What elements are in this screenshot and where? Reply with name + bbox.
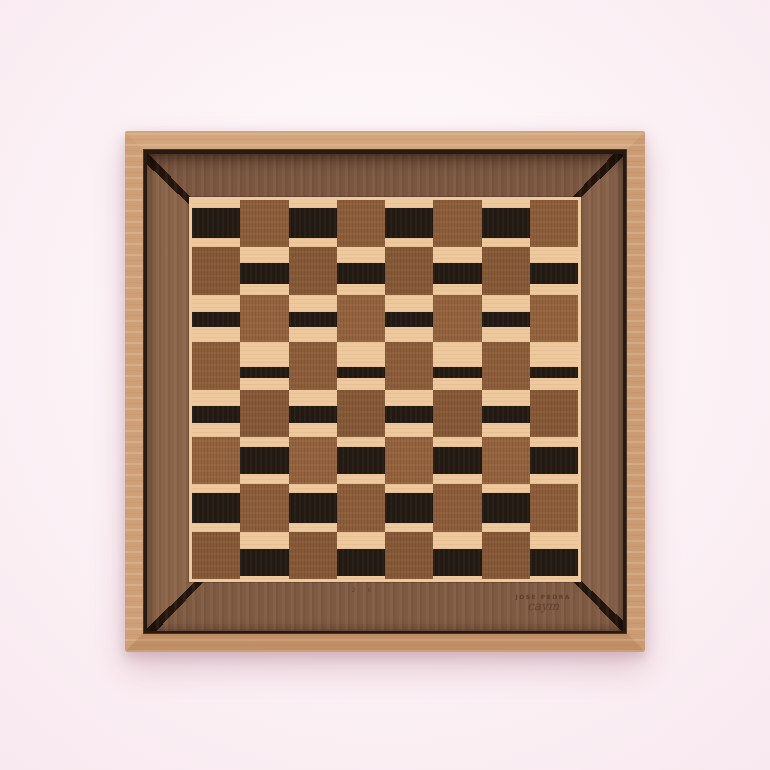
board-cell-plain [337,390,385,437]
maple-bottom-stripe [192,238,240,247]
edition-mark: 2 6 [352,586,377,593]
maple-top-stripe [385,484,433,493]
board-cell-banded [240,247,288,294]
maple-bottom-stripe [240,474,288,484]
maple-top-stripe [289,295,337,312]
board-cell-banded [482,295,530,342]
board-cell-plain [192,532,240,579]
board-cell-banded [433,247,481,294]
maple-bottom-stripe [289,327,337,342]
board-cell-plain [240,295,288,342]
maple-bottom-stripe [433,474,481,484]
ebony-band [289,406,337,424]
maple-bottom-stripe [337,284,385,295]
maple-top-stripe [240,342,288,367]
board-cell-banded [240,342,288,389]
board-cell-banded [192,200,240,247]
ebony-band [240,447,288,474]
maple-bottom-stripe [192,327,240,342]
board-cell-banded [240,437,288,484]
board-cell-plain [433,295,481,342]
board-cell-plain [385,342,433,389]
board-cell-plain [385,532,433,579]
maple-top-stripe [337,437,385,447]
maple-top-stripe [385,390,433,406]
board-cell-banded [385,200,433,247]
ebony-band [530,549,578,576]
maple-top-stripe [192,200,240,208]
board-cell-plain [192,437,240,484]
board-cell-banded [385,484,433,531]
board-cell-plain [385,437,433,484]
maple-top-stripe [240,437,288,447]
board-cell-plain [482,532,530,579]
board-cell-banded [337,342,385,389]
ebony-band [289,312,337,327]
maple-bottom-stripe [482,423,530,437]
board-cell-banded [337,247,385,294]
ebony-band [192,312,240,327]
board-cell-plain [482,437,530,484]
board-cell-banded [192,484,240,531]
maple-bottom-stripe [433,576,481,579]
maple-top-stripe [337,532,385,549]
board-cell-plain [433,390,481,437]
board-cell-plain [385,247,433,294]
board-cell-banded [192,390,240,437]
ebony-band [482,312,530,327]
board-cell-banded [530,247,578,294]
board-cell-banded [482,484,530,531]
maple-top-stripe [192,484,240,493]
maple-bottom-stripe [289,238,337,247]
maple-bottom-stripe [337,576,385,579]
ebony-band [385,208,433,238]
maple-top-stripe [192,295,240,312]
maple-bottom-stripe [482,238,530,247]
maple-top-stripe [482,295,530,312]
board-cell-plain [289,342,337,389]
board-cell-plain [240,484,288,531]
maple-top-stripe [337,247,385,262]
board-cell-banded [289,484,337,531]
maple-bottom-stripe [385,238,433,247]
board-border [189,197,581,582]
maple-top-stripe [289,390,337,406]
ebony-band [433,367,481,377]
board-cell-plain [337,200,385,247]
maple-bottom-stripe [337,474,385,484]
maple-top-stripe [337,342,385,367]
board-cell-plain [530,390,578,437]
maple-top-stripe [433,247,481,262]
maple-top-stripe [433,342,481,367]
ebony-band [433,549,481,576]
signature-script: caym [515,599,571,613]
maple-bottom-stripe [433,284,481,295]
wall-background: 2 6 JOSE PEDRA caym [0,0,770,770]
board-cell-banded [240,532,288,579]
maple-top-stripe [530,437,578,447]
maple-bottom-stripe [530,474,578,484]
maple-bottom-stripe [337,378,385,390]
maple-bottom-stripe [530,576,578,579]
maple-top-stripe [192,390,240,406]
maple-top-stripe [289,484,337,493]
maple-top-stripe [385,295,433,312]
board-cell-banded [530,532,578,579]
maple-bottom-stripe [482,327,530,342]
maple-top-stripe [240,247,288,262]
ebony-band [240,549,288,576]
ebony-band [192,406,240,424]
ebony-band [530,263,578,284]
board-cell-plain [337,484,385,531]
ebony-band [337,367,385,377]
maple-top-stripe [385,200,433,208]
maple-bottom-stripe [482,523,530,532]
ebony-band [482,208,530,238]
ebony-band [289,493,337,523]
board-cell-banded [385,390,433,437]
maple-bottom-stripe [240,284,288,295]
board-cell-banded [337,437,385,484]
ebony-band [433,263,481,284]
ebony-band [385,493,433,523]
board-cell-plain [289,247,337,294]
maple-top-stripe [530,247,578,262]
board-cell-plain [337,295,385,342]
board-cell-plain [482,247,530,294]
framed-artwork: 2 6 JOSE PEDRA caym [125,131,645,652]
maple-top-stripe [482,390,530,406]
board-cell-plain [433,200,481,247]
board-cell-plain [240,390,288,437]
maple-bottom-stripe [530,284,578,295]
maple-bottom-stripe [289,523,337,532]
maple-top-stripe [433,532,481,549]
maple-bottom-stripe [192,523,240,532]
board-cell-banded [530,342,578,389]
board-cell-banded [482,200,530,247]
ebony-band [530,447,578,474]
maple-bottom-stripe [240,378,288,390]
maple-bottom-stripe [385,423,433,437]
board-cell-plain [530,484,578,531]
board-cell-plain [192,342,240,389]
board-cell-banded [289,390,337,437]
board-cell-banded [289,200,337,247]
maple-top-stripe [482,200,530,208]
ebony-band [240,263,288,284]
board-cell-banded [385,295,433,342]
maple-bottom-stripe [289,423,337,437]
maple-top-stripe [433,437,481,447]
maple-top-stripe [240,532,288,549]
frame-shadow-gap: 2 6 JOSE PEDRA caym [143,149,627,634]
oak-frame: 2 6 JOSE PEDRA caym [125,131,645,652]
maple-top-stripe [530,342,578,367]
ebony-band [192,208,240,238]
board-cell-plain [482,342,530,389]
board-cell-plain [433,484,481,531]
board-cell-banded [337,532,385,579]
ebony-band [433,447,481,474]
ebony-band [482,406,530,424]
ebony-band [337,263,385,284]
board-cell-plain [530,200,578,247]
maple-bottom-stripe [192,423,240,437]
ebony-band [192,493,240,523]
board-cell-banded [289,295,337,342]
board-cell-banded [433,342,481,389]
maple-bottom-stripe [240,576,288,579]
ebony-band [530,367,578,377]
maple-bottom-stripe [433,378,481,390]
board-cell-banded [433,532,481,579]
maple-bottom-stripe [530,378,578,390]
ebony-band [385,406,433,424]
board-cell-banded [482,390,530,437]
ebony-band [385,312,433,327]
walnut-mat: 2 6 JOSE PEDRA caym [147,154,623,631]
board-grid [192,200,578,579]
maple-top-stripe [289,200,337,208]
ebony-band [337,549,385,576]
maple-top-stripe [530,532,578,549]
board-cell-plain [192,247,240,294]
maple-bottom-stripe [385,523,433,532]
board-cell-plain [289,532,337,579]
board-cell-plain [240,200,288,247]
board-cell-banded [192,295,240,342]
ebony-band [482,493,530,523]
board-cell-banded [433,437,481,484]
board-cell-plain [530,295,578,342]
ebony-band [289,208,337,238]
ebony-band [240,367,288,377]
ebony-band [337,447,385,474]
artist-signature: JOSE PEDRA caym [515,593,571,613]
maple-bottom-stripe [385,327,433,342]
maple-top-stripe [482,484,530,493]
board-cell-banded [530,437,578,484]
board-cell-plain [289,437,337,484]
